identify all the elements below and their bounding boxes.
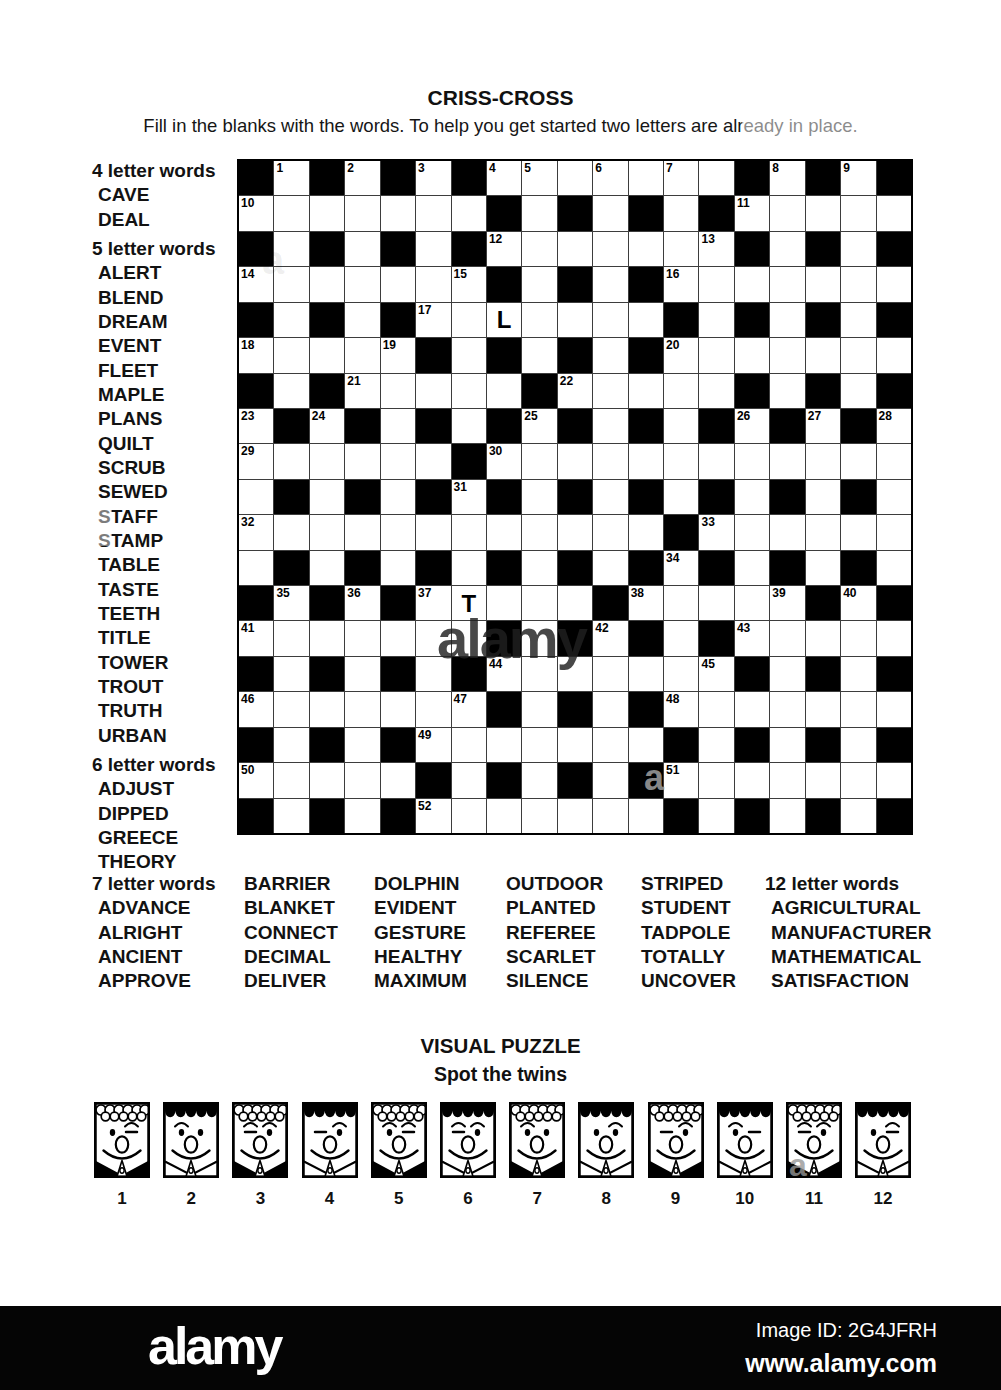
- face[interactable]: [371, 1102, 427, 1178]
- grid-cell[interactable]: [770, 267, 804, 301]
- grid-cell[interactable]: 50: [239, 763, 273, 797]
- grid-cell[interactable]: 3: [416, 161, 450, 195]
- grid-cell[interactable]: [522, 586, 556, 620]
- grid-cell[interactable]: 1: [274, 161, 308, 195]
- grid-cell[interactable]: [416, 444, 450, 478]
- grid-cell[interactable]: [770, 763, 804, 797]
- block-cell: [735, 657, 769, 691]
- word-list-word: SEWED: [92, 480, 238, 504]
- grid-cell[interactable]: [452, 728, 486, 762]
- grid-cell[interactable]: [841, 444, 875, 478]
- word-list-word: THEORY: [92, 850, 238, 874]
- grid-cell[interactable]: [310, 338, 344, 372]
- grid-cell[interactable]: [593, 692, 627, 726]
- grid-cell[interactable]: [841, 196, 875, 230]
- grid-cell[interactable]: [416, 621, 450, 655]
- grid-cell[interactable]: [452, 409, 486, 443]
- grid-cell[interactable]: [558, 232, 592, 266]
- grid-cell[interactable]: [416, 267, 450, 301]
- face[interactable]: [578, 1102, 634, 1178]
- block-cell: [735, 799, 769, 833]
- face[interactable]: [717, 1102, 773, 1178]
- grid-cell[interactable]: [381, 374, 415, 408]
- grid-cell[interactable]: [770, 657, 804, 691]
- grid-cell[interactable]: [593, 409, 627, 443]
- grid-cell[interactable]: [522, 444, 556, 478]
- grid-cell[interactable]: [310, 196, 344, 230]
- grid-cell[interactable]: [629, 444, 663, 478]
- grid-cell[interactable]: [381, 621, 415, 655]
- grid-cell[interactable]: 13: [699, 232, 733, 266]
- grid-cell[interactable]: [841, 374, 875, 408]
- grid-cell[interactable]: [345, 799, 379, 833]
- grid-cell[interactable]: [664, 196, 698, 230]
- grid-cell[interactable]: 23: [239, 409, 273, 443]
- grid-cell[interactable]: [770, 303, 804, 337]
- grid-cell[interactable]: [416, 374, 450, 408]
- face[interactable]: [94, 1102, 150, 1178]
- face[interactable]: [786, 1102, 842, 1178]
- grid-cell[interactable]: 40: [841, 586, 875, 620]
- grid-cell[interactable]: [841, 232, 875, 266]
- clue-number: 12: [489, 232, 502, 246]
- grid-cell[interactable]: 4: [487, 161, 521, 195]
- grid-cell[interactable]: [345, 267, 379, 301]
- grid-cell[interactable]: [629, 232, 663, 266]
- grid-cell[interactable]: T: [452, 586, 486, 620]
- grid-cell[interactable]: [345, 232, 379, 266]
- grid-cell[interactable]: [345, 196, 379, 230]
- grid-cell[interactable]: [699, 374, 733, 408]
- grid-cell[interactable]: 28: [877, 409, 911, 443]
- grid-cell[interactable]: 29: [239, 444, 273, 478]
- grid-cell[interactable]: [310, 444, 344, 478]
- grid-cell[interactable]: [345, 692, 379, 726]
- grid-cell[interactable]: [735, 515, 769, 549]
- grid-cell[interactable]: [877, 621, 911, 655]
- grid-cell[interactable]: [558, 444, 592, 478]
- grid-cell[interactable]: [877, 338, 911, 372]
- grid-cell[interactable]: 37: [416, 586, 450, 620]
- grid-cell[interactable]: [770, 621, 804, 655]
- word-list-word: SCARLET: [500, 945, 603, 969]
- grid-cell[interactable]: [593, 374, 627, 408]
- grid-cell[interactable]: [345, 338, 379, 372]
- word-list-word: BLANKET: [238, 896, 338, 920]
- grid-cell[interactable]: [735, 267, 769, 301]
- grid-cell[interactable]: [629, 161, 663, 195]
- grid-cell[interactable]: 8: [770, 161, 804, 195]
- grid-cell[interactable]: [877, 267, 911, 301]
- grid-cell[interactable]: [274, 515, 308, 549]
- grid-cell[interactable]: [274, 303, 308, 337]
- grid-cell[interactable]: 41: [239, 621, 273, 655]
- grid-cell[interactable]: [274, 267, 308, 301]
- grid-cell[interactable]: [699, 161, 733, 195]
- grid-cell[interactable]: [381, 515, 415, 549]
- grid-cell[interactable]: 20: [664, 338, 698, 372]
- grid-cell[interactable]: [841, 728, 875, 762]
- grid-cell[interactable]: [239, 480, 273, 514]
- grid-cell[interactable]: 19: [381, 338, 415, 372]
- clue-number: 45: [701, 657, 714, 671]
- grid-cell[interactable]: [274, 657, 308, 691]
- clue-number: 23: [241, 409, 254, 423]
- grid-cell[interactable]: [699, 728, 733, 762]
- grid-cell[interactable]: [522, 338, 556, 372]
- face-number: 10: [717, 1189, 773, 1209]
- grid-cell[interactable]: [629, 728, 663, 762]
- grid-cell[interactable]: [770, 728, 804, 762]
- grid-cell[interactable]: L: [487, 303, 521, 337]
- block-cell: [416, 763, 450, 797]
- grid-cell[interactable]: 22: [558, 374, 592, 408]
- grid-cell[interactable]: 31: [452, 480, 486, 514]
- grid-cell[interactable]: [381, 551, 415, 585]
- block-cell: [806, 799, 840, 833]
- grid-cell[interactable]: [593, 799, 627, 833]
- word-list-word: CONNECT: [238, 921, 338, 945]
- grid-cell[interactable]: [274, 196, 308, 230]
- grid-cell[interactable]: [877, 692, 911, 726]
- grid-cell[interactable]: [381, 267, 415, 301]
- grid-cell[interactable]: [841, 692, 875, 726]
- grid-cell[interactable]: [699, 692, 733, 726]
- face[interactable]: [855, 1102, 911, 1178]
- grid-cell[interactable]: [593, 728, 627, 762]
- grid-cell[interactable]: [629, 303, 663, 337]
- grid-cell[interactable]: [806, 551, 840, 585]
- grid-cell[interactable]: [593, 338, 627, 372]
- grid-cell[interactable]: 15: [452, 267, 486, 301]
- grid-cell[interactable]: [522, 692, 556, 726]
- grid-cell[interactable]: [841, 763, 875, 797]
- grid-cell[interactable]: 43: [735, 621, 769, 655]
- grid-cell[interactable]: [699, 799, 733, 833]
- clue-number: 1: [276, 161, 283, 175]
- grid-cell[interactable]: [487, 728, 521, 762]
- grid-cell[interactable]: 7: [664, 161, 698, 195]
- grid-cell[interactable]: 47: [452, 692, 486, 726]
- grid-cell[interactable]: 17: [416, 303, 450, 337]
- grid-cell[interactable]: 42: [593, 621, 627, 655]
- grid-cell[interactable]: [735, 338, 769, 372]
- grid-cell[interactable]: 45: [699, 657, 733, 691]
- grid-cell[interactable]: [699, 586, 733, 620]
- grid-cell[interactable]: 12: [487, 232, 521, 266]
- clue-number: 43: [737, 621, 750, 635]
- grid-cell[interactable]: [806, 196, 840, 230]
- grid-cell[interactable]: 14: [239, 267, 273, 301]
- grid-cell[interactable]: 32: [239, 515, 273, 549]
- grid-cell[interactable]: [664, 480, 698, 514]
- grid-cell[interactable]: 49: [416, 728, 450, 762]
- grid-cell[interactable]: [806, 621, 840, 655]
- grid-cell[interactable]: [699, 267, 733, 301]
- grid-cell[interactable]: [770, 799, 804, 833]
- grid-cell[interactable]: [345, 763, 379, 797]
- grid-cell[interactable]: [345, 515, 379, 549]
- grid-cell[interactable]: [664, 657, 698, 691]
- grid-cell[interactable]: [558, 799, 592, 833]
- grid-cell[interactable]: [593, 232, 627, 266]
- grid-cell[interactable]: [593, 515, 627, 549]
- grid-cell[interactable]: [522, 728, 556, 762]
- grid-cell[interactable]: [770, 338, 804, 372]
- face[interactable]: [163, 1102, 219, 1178]
- grid-cell[interactable]: [522, 657, 556, 691]
- grid-cell[interactable]: [558, 586, 592, 620]
- word-list-word: DREAM: [92, 310, 238, 334]
- grid-cell[interactable]: [345, 303, 379, 337]
- grid-cell[interactable]: [558, 657, 592, 691]
- grid-cell[interactable]: [841, 338, 875, 372]
- grid-cell[interactable]: [452, 621, 486, 655]
- grid-cell[interactable]: [877, 480, 911, 514]
- grid-cell[interactable]: [699, 763, 733, 797]
- grid-cell[interactable]: [522, 480, 556, 514]
- grid-cell[interactable]: [629, 657, 663, 691]
- grid-cell[interactable]: [487, 374, 521, 408]
- grid-cell[interactable]: [558, 728, 592, 762]
- grid-cell[interactable]: [522, 232, 556, 266]
- grid-cell[interactable]: [274, 232, 308, 266]
- grid-cell[interactable]: [416, 232, 450, 266]
- grid-cell[interactable]: [452, 799, 486, 833]
- grid-cell[interactable]: [239, 551, 273, 585]
- grid-cell[interactable]: 21: [345, 374, 379, 408]
- grid-cell[interactable]: [416, 515, 450, 549]
- grid-cell[interactable]: [877, 551, 911, 585]
- grid-cell[interactable]: [452, 763, 486, 797]
- clue-number: 2: [347, 161, 354, 175]
- grid-cell[interactable]: [381, 409, 415, 443]
- grid-cell[interactable]: [274, 374, 308, 408]
- grid-cell[interactable]: [522, 763, 556, 797]
- grid-cell[interactable]: [345, 444, 379, 478]
- clue-number: 35: [276, 586, 289, 600]
- grid-cell[interactable]: [452, 515, 486, 549]
- block-cell: [629, 621, 663, 655]
- grid-cell[interactable]: [274, 728, 308, 762]
- grid-cell[interactable]: 30: [487, 444, 521, 478]
- grid-cell[interactable]: [487, 515, 521, 549]
- grid-cell[interactable]: [593, 551, 627, 585]
- grid-cell[interactable]: [310, 267, 344, 301]
- grid-cell[interactable]: [522, 303, 556, 337]
- grid-cell[interactable]: 10: [239, 196, 273, 230]
- grid-cell[interactable]: [452, 374, 486, 408]
- grid-cell[interactable]: [310, 692, 344, 726]
- grid-cell[interactable]: [345, 621, 379, 655]
- grid-cell[interactable]: [770, 515, 804, 549]
- grid-cell[interactable]: [664, 444, 698, 478]
- grid-cell[interactable]: 48: [664, 692, 698, 726]
- grid-cell[interactable]: [806, 692, 840, 726]
- grid-cell[interactable]: [841, 303, 875, 337]
- grid-cell[interactable]: 16: [664, 267, 698, 301]
- grid-cell[interactable]: [629, 374, 663, 408]
- clue-number: 21: [347, 374, 360, 388]
- grid-cell[interactable]: [841, 657, 875, 691]
- grid-cell[interactable]: 26: [735, 409, 769, 443]
- grid-cell[interactable]: [381, 444, 415, 478]
- grid-cell[interactable]: [664, 586, 698, 620]
- grid-cell[interactable]: [770, 374, 804, 408]
- grid-cell[interactable]: [345, 728, 379, 762]
- grid-cell[interactable]: [558, 161, 592, 195]
- word-list-column: OUTDOORPLANTEDREFEREESCARLETSILENCE: [500, 872, 603, 994]
- word-list-word: CAVE: [92, 183, 238, 207]
- grid-cell[interactable]: [735, 586, 769, 620]
- grid-cell[interactable]: [522, 515, 556, 549]
- grid-cell[interactable]: [770, 692, 804, 726]
- grid-cell[interactable]: [806, 444, 840, 478]
- grid-cell[interactable]: [841, 267, 875, 301]
- grid-cell[interactable]: [593, 657, 627, 691]
- block-cell: [452, 161, 486, 195]
- grid-cell[interactable]: [806, 480, 840, 514]
- grid-cell[interactable]: 35: [274, 586, 308, 620]
- grid-cell[interactable]: [841, 799, 875, 833]
- grid-cell[interactable]: [877, 515, 911, 549]
- grid-cell[interactable]: [770, 232, 804, 266]
- grid-cell[interactable]: [593, 444, 627, 478]
- grid-cell[interactable]: [593, 196, 627, 230]
- grid-cell[interactable]: [558, 515, 592, 549]
- grid-cell[interactable]: 52: [416, 799, 450, 833]
- grid-cell[interactable]: [841, 621, 875, 655]
- grid-cell[interactable]: [274, 338, 308, 372]
- face[interactable]: [648, 1102, 704, 1178]
- grid-cell[interactable]: [593, 267, 627, 301]
- grid-cell[interactable]: [310, 480, 344, 514]
- grid-cell[interactable]: [381, 196, 415, 230]
- grid-cell[interactable]: 2: [345, 161, 379, 195]
- grid-cell[interactable]: 44: [487, 657, 521, 691]
- block-cell: [239, 161, 273, 195]
- grid-cell[interactable]: [806, 267, 840, 301]
- grid-cell[interactable]: [877, 763, 911, 797]
- visual-puzzle-subtitle: Spot the twins: [0, 1063, 1001, 1086]
- grid-cell[interactable]: 51: [664, 763, 698, 797]
- grid-cell[interactable]: [522, 196, 556, 230]
- grid-cell[interactable]: [770, 196, 804, 230]
- grid-cell[interactable]: [806, 338, 840, 372]
- grid-cell[interactable]: [487, 799, 521, 833]
- grid-cell[interactable]: [806, 763, 840, 797]
- face[interactable]: [509, 1102, 565, 1178]
- face[interactable]: [302, 1102, 358, 1178]
- grid-cell[interactable]: 33: [699, 515, 733, 549]
- grid-cell[interactable]: [699, 303, 733, 337]
- block-cell: [770, 480, 804, 514]
- face[interactable]: [440, 1102, 496, 1178]
- grid-cell[interactable]: [416, 196, 450, 230]
- grid-cell[interactable]: [593, 763, 627, 797]
- grid-cell[interactable]: [735, 692, 769, 726]
- grid-cell[interactable]: 27: [806, 409, 840, 443]
- grid-cell[interactable]: [487, 586, 521, 620]
- grid-cell[interactable]: [664, 621, 698, 655]
- face[interactable]: [232, 1102, 288, 1178]
- grid-cell[interactable]: [522, 551, 556, 585]
- grid-cell[interactable]: [593, 303, 627, 337]
- grid-cell[interactable]: [274, 444, 308, 478]
- grid-cell[interactable]: [877, 444, 911, 478]
- grid-cell[interactable]: [310, 621, 344, 655]
- grid-cell[interactable]: [629, 799, 663, 833]
- word-list-word: UNCOVER: [635, 969, 736, 993]
- grid-cell[interactable]: [452, 338, 486, 372]
- grid-cell[interactable]: 5: [522, 161, 556, 195]
- block-cell: [381, 303, 415, 337]
- grid-cell[interactable]: [310, 551, 344, 585]
- grid-cell[interactable]: [522, 267, 556, 301]
- grid-cell[interactable]: 39: [770, 586, 804, 620]
- grid-cell[interactable]: [381, 480, 415, 514]
- grid-cell[interactable]: [664, 409, 698, 443]
- grid-cell[interactable]: [522, 799, 556, 833]
- grid-cell[interactable]: [274, 692, 308, 726]
- grid-cell[interactable]: [416, 657, 450, 691]
- grid-cell[interactable]: [274, 621, 308, 655]
- grid-cell[interactable]: 46: [239, 692, 273, 726]
- grid-cell[interactable]: [310, 515, 344, 549]
- grid-cell[interactable]: [735, 444, 769, 478]
- grid-cell[interactable]: 6: [593, 161, 627, 195]
- grid-cell[interactable]: [841, 515, 875, 549]
- grid-cell[interactable]: [735, 480, 769, 514]
- grid-cell[interactable]: [452, 303, 486, 337]
- grid-cell[interactable]: [735, 551, 769, 585]
- grid-cell[interactable]: [381, 692, 415, 726]
- grid-cell[interactable]: [664, 232, 698, 266]
- clue-number: 42: [595, 621, 608, 635]
- block-cell: [699, 196, 733, 230]
- grid-cell[interactable]: 25: [522, 409, 556, 443]
- grid-cell[interactable]: [522, 621, 556, 655]
- grid-cell[interactable]: [877, 196, 911, 230]
- grid-cell[interactable]: 9: [841, 161, 875, 195]
- grid-cell[interactable]: [770, 444, 804, 478]
- grid-cell[interactable]: [593, 480, 627, 514]
- grid-cell[interactable]: 11: [735, 196, 769, 230]
- grid-cell[interactable]: [381, 763, 415, 797]
- grid-cell[interactable]: [699, 338, 733, 372]
- block-cell: [239, 728, 273, 762]
- grid-cell[interactable]: 34: [664, 551, 698, 585]
- grid-cell[interactable]: [416, 692, 450, 726]
- grid-cell[interactable]: 18: [239, 338, 273, 372]
- grid-cell[interactable]: [699, 444, 733, 478]
- grid-cell[interactable]: 36: [345, 586, 379, 620]
- grid-cell[interactable]: [806, 515, 840, 549]
- grid-cell[interactable]: [664, 374, 698, 408]
- grid-cell[interactable]: [274, 799, 308, 833]
- grid-cell[interactable]: 24: [310, 409, 344, 443]
- grid-cell[interactable]: [452, 196, 486, 230]
- grid-cell[interactable]: [558, 303, 592, 337]
- grid-cell[interactable]: [310, 763, 344, 797]
- grid-cell[interactable]: [735, 763, 769, 797]
- grid-cell[interactable]: [452, 551, 486, 585]
- grid-cell[interactable]: [345, 657, 379, 691]
- grid-cell[interactable]: 38: [629, 586, 663, 620]
- face-number: 1: [94, 1189, 150, 1209]
- grid-cell[interactable]: [274, 763, 308, 797]
- grid-cell[interactable]: [629, 515, 663, 549]
